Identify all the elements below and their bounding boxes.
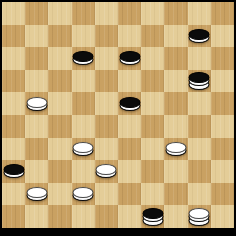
light-square: [48, 138, 71, 161]
square-48[interactable]: [95, 205, 118, 228]
light-square: [95, 92, 118, 115]
square-45[interactable]: [211, 183, 234, 206]
black-man-piece[interactable]: [3, 164, 24, 178]
light-square: [72, 70, 95, 93]
light-square: [2, 92, 25, 115]
square-27[interactable]: [48, 115, 71, 138]
white-man-piece[interactable]: [96, 164, 117, 178]
white-man-piece[interactable]: [73, 142, 94, 156]
square-2[interactable]: [72, 2, 95, 25]
light-square: [2, 2, 25, 25]
piece-disc: [189, 208, 210, 219]
light-square: [211, 70, 234, 93]
light-square: [211, 115, 234, 138]
square-42[interactable]: [72, 183, 95, 206]
light-square: [48, 183, 71, 206]
white-man-piece[interactable]: [165, 142, 186, 156]
light-square: [211, 160, 234, 183]
square-12[interactable]: [72, 47, 95, 70]
light-square: [188, 92, 211, 115]
square-47[interactable]: [48, 205, 71, 228]
light-square: [95, 47, 118, 70]
piece-disc: [26, 97, 47, 108]
square-4[interactable]: [164, 2, 187, 25]
light-square: [118, 115, 141, 138]
light-square: [72, 25, 95, 48]
square-23[interactable]: [118, 92, 141, 115]
square-3[interactable]: [118, 2, 141, 25]
square-39[interactable]: [141, 160, 164, 183]
black-king-piece[interactable]: [142, 208, 163, 226]
square-15[interactable]: [211, 47, 234, 70]
square-25[interactable]: [211, 92, 234, 115]
light-square: [48, 92, 71, 115]
square-32[interactable]: [72, 138, 95, 161]
square-13[interactable]: [118, 47, 141, 70]
piece-disc: [165, 142, 186, 153]
square-29[interactable]: [141, 115, 164, 138]
square-33[interactable]: [118, 138, 141, 161]
light-square: [164, 115, 187, 138]
square-20[interactable]: [188, 70, 211, 93]
square-34[interactable]: [164, 138, 187, 161]
light-square: [25, 205, 48, 228]
square-22[interactable]: [72, 92, 95, 115]
square-49[interactable]: [141, 205, 164, 228]
piece-disc: [189, 29, 210, 40]
square-50[interactable]: [188, 205, 211, 228]
light-square: [188, 183, 211, 206]
square-41[interactable]: [25, 183, 48, 206]
piece-disc: [142, 208, 163, 219]
light-square: [118, 25, 141, 48]
piece-disc: [119, 51, 140, 62]
light-square: [2, 138, 25, 161]
light-square: [141, 138, 164, 161]
piece-disc: [3, 164, 24, 175]
square-5[interactable]: [211, 2, 234, 25]
light-square: [141, 47, 164, 70]
square-1[interactable]: [25, 2, 48, 25]
square-19[interactable]: [141, 70, 164, 93]
light-square: [188, 47, 211, 70]
light-square: [164, 70, 187, 93]
square-9[interactable]: [141, 25, 164, 48]
light-square: [141, 183, 164, 206]
light-square: [2, 47, 25, 70]
light-square: [211, 205, 234, 228]
square-28[interactable]: [95, 115, 118, 138]
square-10[interactable]: [188, 25, 211, 48]
light-square: [48, 47, 71, 70]
piece-disc: [96, 164, 117, 175]
piece-disc: [119, 97, 140, 108]
light-square: [188, 2, 211, 25]
light-square: [48, 2, 71, 25]
square-38[interactable]: [95, 160, 118, 183]
square-44[interactable]: [164, 183, 187, 206]
board: [2, 2, 234, 228]
piece-disc: [189, 72, 210, 83]
piece-disc: [73, 187, 94, 198]
white-man-piece[interactable]: [26, 187, 47, 201]
square-40[interactable]: [188, 160, 211, 183]
square-8[interactable]: [95, 25, 118, 48]
piece-disc: [26, 187, 47, 198]
piece-disc: [73, 51, 94, 62]
light-square: [95, 2, 118, 25]
checkers-board-screenshot: [0, 0, 236, 236]
white-man-piece[interactable]: [73, 187, 94, 201]
square-43[interactable]: [118, 183, 141, 206]
black-man-piece[interactable]: [119, 51, 140, 65]
square-30[interactable]: [188, 115, 211, 138]
light-square: [118, 70, 141, 93]
square-18[interactable]: [95, 70, 118, 93]
light-square: [188, 138, 211, 161]
black-man-piece[interactable]: [73, 51, 94, 65]
black-man-piece[interactable]: [189, 29, 210, 43]
light-square: [25, 115, 48, 138]
light-square: [72, 160, 95, 183]
square-14[interactable]: [164, 47, 187, 70]
square-7[interactable]: [48, 25, 71, 48]
light-square: [118, 160, 141, 183]
square-17[interactable]: [48, 70, 71, 93]
light-square: [164, 205, 187, 228]
square-46[interactable]: [2, 205, 25, 228]
light-square: [95, 183, 118, 206]
square-36[interactable]: [2, 160, 25, 183]
square-35[interactable]: [211, 138, 234, 161]
square-6[interactable]: [2, 25, 25, 48]
square-26[interactable]: [2, 115, 25, 138]
light-square: [72, 115, 95, 138]
white-king-piece[interactable]: [189, 208, 210, 226]
piece-disc: [73, 142, 94, 153]
light-square: [25, 25, 48, 48]
light-square: [141, 2, 164, 25]
square-21[interactable]: [25, 92, 48, 115]
light-square: [95, 138, 118, 161]
square-37[interactable]: [48, 160, 71, 183]
square-11[interactable]: [25, 47, 48, 70]
light-square: [118, 205, 141, 228]
black-king-piece[interactable]: [189, 72, 210, 90]
white-man-piece[interactable]: [26, 97, 47, 111]
light-square: [164, 25, 187, 48]
light-square: [72, 205, 95, 228]
light-square: [211, 25, 234, 48]
black-man-piece[interactable]: [119, 97, 140, 111]
light-square: [2, 183, 25, 206]
light-square: [25, 70, 48, 93]
light-square: [25, 160, 48, 183]
square-16[interactable]: [2, 70, 25, 93]
light-square: [164, 160, 187, 183]
square-31[interactable]: [25, 138, 48, 161]
light-square: [141, 92, 164, 115]
square-24[interactable]: [164, 92, 187, 115]
